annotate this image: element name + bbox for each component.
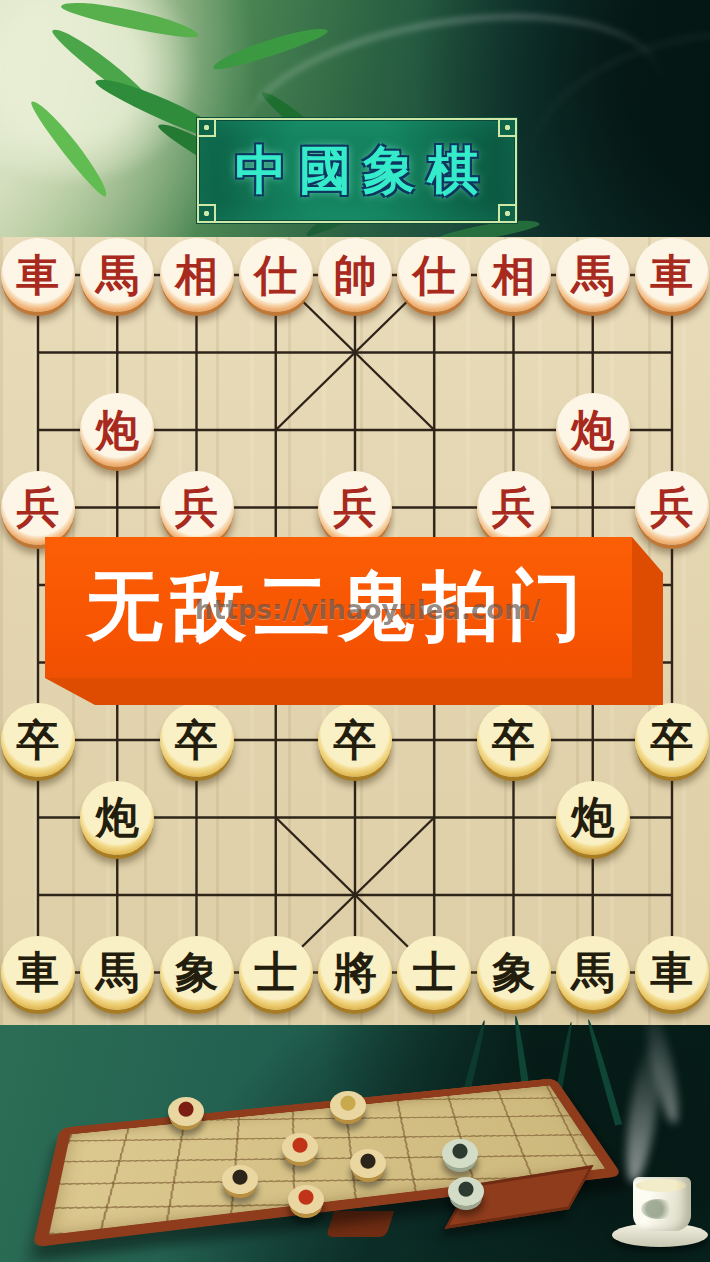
plaque-corner-ornament bbox=[498, 118, 517, 137]
piece-red-r3c2[interactable]: 兵 bbox=[160, 471, 234, 545]
bottom-illustration bbox=[0, 1025, 710, 1262]
game-title: 中國象棋 bbox=[223, 136, 491, 206]
mini-piece bbox=[222, 1165, 258, 1194]
app-screen: 中國象棋 車馬相仕帥仕相馬車炮炮兵兵兵兵兵卒卒卒卒卒炮炮車馬象士將士象馬車 无敌… bbox=[0, 0, 710, 1262]
piece-character: 炮 bbox=[571, 796, 614, 839]
piece-black-r9c6[interactable]: 象 bbox=[477, 936, 551, 1010]
mini-piece bbox=[168, 1097, 204, 1126]
piece-red-r0c6[interactable]: 相 bbox=[477, 238, 551, 312]
piece-character: 兵 bbox=[492, 486, 535, 529]
piece-character: 卒 bbox=[492, 719, 535, 762]
piece-black-r9c7[interactable]: 馬 bbox=[556, 936, 630, 1010]
piece-character: 炮 bbox=[96, 409, 139, 452]
mini-xiangqi-board bbox=[32, 1078, 622, 1247]
piece-black-r6c0[interactable]: 卒 bbox=[1, 703, 75, 777]
piece-character: 車 bbox=[17, 951, 60, 994]
piece-black-r6c6[interactable]: 卒 bbox=[477, 703, 551, 777]
piece-black-r9c1[interactable]: 馬 bbox=[80, 936, 154, 1010]
piece-character: 馬 bbox=[96, 951, 139, 994]
piece-black-r9c2[interactable]: 象 bbox=[160, 936, 234, 1010]
piece-character: 炮 bbox=[571, 409, 614, 452]
piece-character: 象 bbox=[492, 951, 535, 994]
piece-character: 相 bbox=[492, 254, 535, 297]
piece-red-r0c8[interactable]: 車 bbox=[635, 238, 709, 312]
piece-character: 車 bbox=[651, 951, 694, 994]
piece-red-r3c6[interactable]: 兵 bbox=[477, 471, 551, 545]
piece-black-r9c0[interactable]: 車 bbox=[1, 936, 75, 1010]
piece-character: 兵 bbox=[175, 486, 218, 529]
title-plaque: 中國象棋 bbox=[197, 118, 517, 223]
piece-red-r0c3[interactable]: 仕 bbox=[239, 238, 313, 312]
piece-character: 仕 bbox=[413, 254, 456, 297]
piece-character: 馬 bbox=[96, 254, 139, 297]
mini-piece bbox=[330, 1091, 366, 1120]
piece-red-r0c1[interactable]: 馬 bbox=[80, 238, 154, 312]
piece-character: 兵 bbox=[17, 486, 60, 529]
piece-character: 馬 bbox=[571, 254, 614, 297]
piece-black-r9c3[interactable]: 士 bbox=[239, 936, 313, 1010]
piece-red-r3c4[interactable]: 兵 bbox=[318, 471, 392, 545]
piece-black-r7c1[interactable]: 炮 bbox=[80, 781, 154, 855]
plaque-corner-ornament bbox=[498, 204, 517, 223]
piece-black-r7c7[interactable]: 炮 bbox=[556, 781, 630, 855]
watermark-url: https://yihaoyulea.com/ bbox=[195, 595, 541, 625]
mini-piece bbox=[350, 1149, 386, 1178]
board-leg bbox=[326, 1211, 394, 1237]
piece-black-r9c8[interactable]: 車 bbox=[635, 936, 709, 1010]
piece-character: 象 bbox=[175, 951, 218, 994]
piece-red-r3c8[interactable]: 兵 bbox=[635, 471, 709, 545]
piece-character: 炮 bbox=[96, 796, 139, 839]
piece-red-r2c1[interactable]: 炮 bbox=[80, 393, 154, 467]
mini-piece bbox=[282, 1133, 318, 1162]
piece-character: 車 bbox=[17, 254, 60, 297]
piece-character: 馬 bbox=[571, 951, 614, 994]
piece-black-r6c2[interactable]: 卒 bbox=[160, 703, 234, 777]
piece-red-r2c7[interactable]: 炮 bbox=[556, 393, 630, 467]
piece-red-r0c0[interactable]: 車 bbox=[1, 238, 75, 312]
piece-character: 車 bbox=[651, 254, 694, 297]
mini-piece bbox=[288, 1185, 324, 1214]
piece-red-r0c5[interactable]: 仕 bbox=[397, 238, 471, 312]
piece-character: 仕 bbox=[254, 254, 297, 297]
cup-decoration bbox=[641, 1199, 675, 1219]
piece-character: 帥 bbox=[334, 254, 377, 297]
plaque-corner-ornament bbox=[197, 118, 216, 137]
piece-character: 士 bbox=[254, 951, 297, 994]
plaque-corner-ornament bbox=[197, 204, 216, 223]
piece-character: 相 bbox=[175, 254, 218, 297]
piece-character: 兵 bbox=[334, 486, 377, 529]
grass-blade bbox=[585, 1018, 622, 1126]
piece-character: 將 bbox=[334, 951, 377, 994]
top-background: 中國象棋 bbox=[0, 0, 710, 237]
promo-banner: 无敌二鬼拍门 https://yihaoyulea.com/ bbox=[45, 537, 663, 707]
piece-red-r3c0[interactable]: 兵 bbox=[1, 471, 75, 545]
piece-character: 卒 bbox=[175, 719, 218, 762]
mini-piece bbox=[442, 1139, 478, 1168]
mini-piece bbox=[448, 1177, 484, 1206]
piece-black-r9c5[interactable]: 士 bbox=[397, 936, 471, 1010]
piece-black-r6c4[interactable]: 卒 bbox=[318, 703, 392, 777]
tea-surface bbox=[636, 1179, 686, 1192]
piece-character: 卒 bbox=[334, 719, 377, 762]
piece-red-r0c7[interactable]: 馬 bbox=[556, 238, 630, 312]
piece-character: 卒 bbox=[651, 719, 694, 762]
teacup bbox=[633, 1177, 691, 1231]
piece-black-r9c4[interactable]: 將 bbox=[318, 936, 392, 1010]
piece-black-r6c8[interactable]: 卒 bbox=[635, 703, 709, 777]
piece-character: 卒 bbox=[17, 719, 60, 762]
piece-red-r0c2[interactable]: 相 bbox=[160, 238, 234, 312]
piece-character: 兵 bbox=[651, 486, 694, 529]
piece-red-r0c4[interactable]: 帥 bbox=[318, 238, 392, 312]
piece-character: 士 bbox=[413, 951, 456, 994]
